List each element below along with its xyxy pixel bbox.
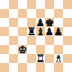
piece-white-king: ♚ — [18, 45, 27, 54]
square-e4[interactable] — [36, 36, 45, 45]
square-b3[interactable] — [9, 45, 18, 54]
square-d7[interactable] — [27, 9, 36, 18]
square-b7[interactable] — [9, 9, 18, 18]
square-f4[interactable] — [45, 36, 54, 45]
square-c2[interactable] — [18, 54, 27, 63]
square-f8[interactable] — [45, 0, 54, 9]
square-h4[interactable] — [63, 36, 72, 45]
square-d4[interactable] — [27, 36, 36, 45]
square-a6[interactable] — [0, 18, 9, 27]
square-d8[interactable] — [27, 0, 36, 9]
piece-white-rook: ♜ — [36, 54, 45, 63]
square-g8[interactable] — [54, 0, 63, 9]
square-h8[interactable] — [63, 0, 72, 9]
square-d5[interactable]: ♜ — [27, 27, 36, 36]
square-c7[interactable] — [18, 9, 27, 18]
square-a4[interactable] — [0, 36, 9, 45]
square-e2[interactable]: ♜ — [36, 54, 45, 63]
square-g2[interactable]: ♝ — [54, 54, 63, 63]
square-h3[interactable] — [63, 45, 72, 54]
square-b6[interactable] — [9, 18, 18, 27]
square-b5[interactable] — [9, 27, 18, 36]
square-d3[interactable] — [27, 45, 36, 54]
square-b4[interactable] — [9, 36, 18, 45]
square-g1[interactable] — [54, 63, 63, 72]
square-a5[interactable] — [0, 27, 9, 36]
piece-black-pawn: ♟ — [45, 27, 54, 36]
square-d1[interactable] — [27, 63, 36, 72]
square-h2[interactable] — [63, 54, 72, 63]
square-a7[interactable] — [0, 9, 9, 18]
square-f1[interactable] — [45, 63, 54, 72]
square-h1[interactable] — [63, 63, 72, 72]
square-e8[interactable] — [36, 0, 45, 9]
square-a1[interactable] — [0, 63, 9, 72]
square-g5[interactable]: ♟ — [54, 27, 63, 36]
square-c8[interactable] — [18, 0, 27, 9]
square-e5[interactable]: ♝ — [36, 27, 45, 36]
square-a2[interactable] — [0, 54, 9, 63]
square-e1[interactable] — [36, 63, 45, 72]
piece-black-rook: ♜ — [27, 27, 36, 36]
square-c5[interactable] — [18, 27, 27, 36]
square-g7[interactable] — [54, 9, 63, 18]
piece-black-bishop: ♝ — [36, 27, 45, 36]
chess-board: ♟♚♜♝♟♟♚♜♝ — [0, 0, 72, 72]
square-c1[interactable] — [18, 63, 27, 72]
square-b8[interactable] — [9, 0, 18, 9]
square-f5[interactable]: ♟ — [45, 27, 54, 36]
square-b2[interactable] — [9, 54, 18, 63]
square-h5[interactable] — [63, 27, 72, 36]
square-c6[interactable] — [18, 18, 27, 27]
square-g4[interactable] — [54, 36, 63, 45]
square-h7[interactable] — [63, 9, 72, 18]
square-a8[interactable] — [0, 0, 9, 9]
square-b1[interactable] — [9, 63, 18, 72]
square-h6[interactable] — [63, 18, 72, 27]
square-f3[interactable] — [45, 45, 54, 54]
piece-white-bishop: ♝ — [54, 54, 63, 63]
square-f2[interactable] — [45, 54, 54, 63]
square-a3[interactable] — [0, 45, 9, 54]
square-c3[interactable]: ♚ — [18, 45, 27, 54]
piece-black-pawn: ♟ — [54, 27, 63, 36]
square-d2[interactable] — [27, 54, 36, 63]
